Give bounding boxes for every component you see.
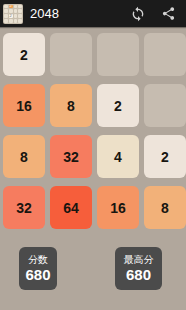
empty-cell [97, 33, 139, 76]
best-score-box: 最高分 680 [115, 247, 162, 290]
score-label: 分数 [28, 254, 48, 266]
app-logo-cell [18, 14, 22, 18]
board[interactable]: 21682832423264168 [3, 33, 186, 229]
tile-32: 32 [3, 186, 45, 229]
app-logo-cell [9, 9, 13, 13]
tile-4: 4 [97, 135, 139, 178]
score-value: 680 [25, 266, 50, 284]
empty-cell [50, 33, 92, 76]
empty-cell [144, 84, 186, 127]
share-icon [161, 6, 176, 21]
tile-2: 2 [97, 84, 139, 127]
app-logo-cell [14, 19, 18, 23]
app-window: 22 2048 21682832423264168 分数 680 最高分 680 [0, 0, 186, 310]
tile-2: 2 [144, 135, 186, 178]
refresh-icon [130, 6, 146, 22]
app-logo-cell [14, 5, 18, 9]
app-logo-cell: 2 [9, 14, 13, 18]
best-score-label: 最高分 [124, 254, 154, 266]
app-logo-cell [4, 14, 8, 18]
app-logo-cell [18, 5, 22, 9]
tile-8: 8 [3, 135, 45, 178]
app-logo-cell [9, 19, 13, 23]
app-logo-cell: 2 [9, 5, 13, 9]
app-logo-cell [18, 19, 22, 23]
tile-32: 32 [50, 135, 92, 178]
refresh-button[interactable] [125, 0, 151, 27]
app-title: 2048 [30, 6, 59, 21]
app-logo-cell [4, 5, 8, 9]
tile-8: 8 [50, 84, 92, 127]
tile-8: 8 [144, 186, 186, 229]
app-logo-cell [14, 9, 18, 13]
share-button[interactable] [155, 0, 181, 27]
app-logo-icon: 22 [3, 4, 23, 24]
tile-64: 64 [50, 186, 92, 229]
empty-cell [144, 33, 186, 76]
app-logo-cell [4, 9, 8, 13]
tile-16: 16 [3, 84, 45, 127]
action-bar: 22 2048 [0, 0, 186, 27]
app-logo-cell [14, 14, 18, 18]
app-logo-cell [4, 19, 8, 23]
tile-2: 2 [3, 33, 45, 76]
app-logo-cell [18, 9, 22, 13]
tile-16: 16 [97, 186, 139, 229]
best-score-value: 680 [126, 266, 151, 284]
score-box: 分数 680 [19, 247, 57, 290]
